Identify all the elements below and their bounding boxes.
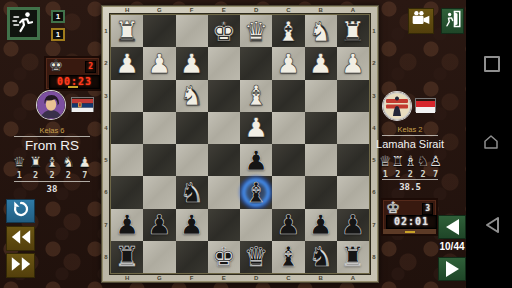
coordinate-label: 2 [370, 47, 378, 79]
square-d2[interactable] [240, 47, 272, 79]
piece-white-pawn[interactable]: ♟ [180, 48, 204, 79]
square-a7[interactable]: ♟ [337, 209, 369, 241]
piece-white-pawn[interactable]: ♟ [244, 112, 268, 143]
piece-black-pawn[interactable]: ♟ [276, 209, 300, 240]
coordinate-label: H [111, 274, 143, 282]
chess-board: HGFEDCBA HGFEDCBA 12345678 12345678 ♜♚♛♝… [101, 5, 379, 283]
rook-count: 2 [395, 170, 400, 179]
square-c7[interactable]: ♟ [272, 209, 304, 241]
recents-nav-icon[interactable] [484, 56, 500, 72]
coordinate-label: 7 [370, 209, 378, 241]
square-b5[interactable] [305, 144, 337, 176]
square-d8[interactable]: ♛ [240, 241, 272, 273]
square-f2[interactable]: ♟ [176, 47, 208, 79]
coordinate-label: 6 [102, 176, 110, 208]
tray-queen: ♕1 [379, 154, 392, 179]
piece-white-rook[interactable]: ♜ [341, 16, 365, 47]
video-camera-icon [411, 9, 431, 33]
square-f7[interactable]: ♟ [176, 209, 208, 241]
square-b8[interactable]: ♞ [305, 241, 337, 273]
piece-white-pawn[interactable]: ♟ [341, 48, 365, 79]
square-f8[interactable] [176, 241, 208, 273]
coordinate-label: 4 [102, 112, 110, 144]
knight-count: 2 [420, 170, 425, 179]
square-b1[interactable]: ♞ [305, 15, 337, 47]
rotate-icon [12, 200, 30, 222]
square-a2[interactable]: ♟ [337, 47, 369, 79]
coordinate-label: 1 [102, 15, 110, 47]
badge-green-value: 1 [56, 12, 60, 21]
square-f1[interactable] [176, 15, 208, 47]
bishop-count: 2 [49, 171, 54, 180]
piece-white-pawn[interactable]: ♟ [276, 48, 300, 79]
coordinate-label: A [337, 274, 369, 282]
square-d7[interactable] [240, 209, 272, 241]
coordinate-label: A [337, 6, 369, 14]
tray-pawn: ♟7 [77, 155, 93, 180]
piece-white-knight[interactable]: ♞ [180, 80, 204, 111]
knight-icon: ♘ [417, 154, 430, 169]
tray-rook: ♖2 [392, 154, 405, 179]
app-screen: 1 1 ♚ 2 00:23 [0, 0, 512, 288]
fast-forward-icon [11, 256, 31, 276]
counter-badge-gold: 1 [51, 28, 65, 41]
square-e4[interactable] [208, 112, 240, 144]
square-c6[interactable] [272, 176, 304, 208]
right-player-flag-indonesia [415, 98, 436, 112]
board-squares: ♜♚♛♝♞♜♟♟♟♟♟♟♞♝♟♟♞♝♟♟♟♟♟♟♜♚♛♝♞♜ [111, 15, 369, 273]
quick-game-button[interactable] [7, 7, 40, 40]
square-h6[interactable] [111, 176, 143, 208]
fast-forward-button[interactable] [6, 253, 35, 278]
bishop-count: 2 [408, 170, 413, 179]
right-captured-tray: ♕1 ♖2 ♗2 ♘2 ♙7 [379, 154, 441, 179]
tray-queen: ♛1 [11, 155, 27, 180]
pawn-count: 7 [82, 171, 87, 180]
runner-icon [12, 10, 36, 38]
piece-black-bishop[interactable]: ♝ [244, 177, 268, 208]
square-g7[interactable]: ♟ [143, 209, 175, 241]
white-clock-badge: 2 [85, 61, 96, 73]
bishop-icon: ♝ [46, 155, 59, 170]
piece-black-pawn[interactable]: ♟ [147, 209, 171, 240]
divider [14, 181, 90, 182]
square-h5[interactable] [111, 144, 143, 176]
piece-white-bishop[interactable]: ♝ [244, 80, 268, 111]
coordinate-label: D [240, 6, 272, 14]
left-player-avatar[interactable] [37, 91, 65, 119]
queen-icon: ♕ [379, 154, 392, 169]
tray-rook: ♜2 [27, 155, 43, 180]
tray-knight: ♞2 [60, 155, 76, 180]
coordinate-label: G [143, 6, 175, 14]
coordinate-label: F [176, 6, 208, 14]
record-video-button[interactable] [408, 8, 434, 34]
left-player-flag-serbia [71, 97, 94, 112]
square-b4[interactable] [305, 112, 337, 144]
coordinate-label: 7 [102, 209, 110, 241]
piece-white-bishop[interactable]: ♝ [276, 16, 300, 47]
square-e3[interactable] [208, 80, 240, 112]
square-c5[interactable] [272, 144, 304, 176]
divider [14, 136, 90, 137]
left-player-level: Kelas 6 [4, 126, 100, 135]
pawn-icon: ♟ [79, 155, 92, 170]
divider [382, 179, 438, 180]
file-labels-bottom: HGFEDCBA [111, 274, 369, 282]
square-e2[interactable] [208, 47, 240, 79]
piece-white-knight[interactable]: ♞ [309, 16, 333, 47]
coordinate-label: 2 [102, 47, 110, 79]
piece-black-pawn[interactable]: ♟ [244, 145, 268, 176]
left-player-name: From RS [0, 138, 104, 153]
square-c1[interactable]: ♝ [272, 15, 304, 47]
piece-black-rook[interactable]: ♜ [341, 241, 365, 272]
coordinate-label: E [208, 274, 240, 282]
square-g4[interactable] [143, 112, 175, 144]
piece-white-king[interactable]: ♚ [212, 16, 236, 47]
square-d5[interactable]: ♟ [240, 144, 272, 176]
tray-pawn: ♙7 [429, 154, 442, 179]
coordinate-label: B [305, 6, 337, 14]
square-a8[interactable]: ♜ [337, 241, 369, 273]
right-player-level: Kelas 2 [377, 125, 443, 134]
home-nav-icon[interactable] [482, 133, 500, 155]
black-clock-time: 02:01 [386, 215, 437, 229]
coordinate-label: D [240, 274, 272, 282]
square-h3[interactable] [111, 80, 143, 112]
piece-white-pawn[interactable]: ♟ [115, 48, 139, 79]
black-clock: ♚ 3 02:01 [381, 198, 438, 236]
back-nav-icon[interactable] [484, 216, 500, 238]
left-captured-tray: ♛1 ♜2 ♝2 ♞2 ♟7 [11, 155, 93, 180]
square-g1[interactable] [143, 15, 175, 47]
counter-badge-green: 1 [51, 10, 65, 23]
piece-black-knight[interactable]: ♞ [180, 177, 204, 208]
piece-black-queen[interactable]: ♛ [244, 241, 268, 272]
coordinate-label: 5 [102, 144, 110, 176]
square-c4[interactable] [272, 112, 304, 144]
exit-door-icon [444, 9, 462, 33]
move-counter: 10/44 [436, 241, 468, 252]
exit-button[interactable] [441, 8, 464, 34]
coordinate-label: E [208, 6, 240, 14]
piece-black-pawn[interactable]: ♟ [180, 209, 204, 240]
rewind-icon [11, 229, 31, 249]
square-a1[interactable]: ♜ [337, 15, 369, 47]
black-clock-badge: 3 [422, 203, 433, 215]
queen-count: 1 [383, 170, 388, 179]
right-player-score: 38.5 [377, 182, 443, 192]
tray-knight: ♘2 [417, 154, 430, 179]
square-a5[interactable] [337, 144, 369, 176]
piece-black-pawn[interactable]: ♟ [309, 209, 333, 240]
square-e6[interactable] [208, 176, 240, 208]
coordinate-label: 3 [370, 80, 378, 112]
piece-black-pawn[interactable]: ♟ [341, 209, 365, 240]
square-a6[interactable] [337, 176, 369, 208]
clock-button [405, 231, 415, 233]
square-h1[interactable]: ♜ [111, 15, 143, 47]
square-a3[interactable] [337, 80, 369, 112]
next-icon [446, 261, 459, 277]
coordinate-label: C [272, 6, 304, 14]
square-c3[interactable] [272, 80, 304, 112]
square-a4[interactable] [337, 112, 369, 144]
badge-gold-value: 1 [56, 30, 60, 39]
square-b6[interactable] [305, 176, 337, 208]
square-c2[interactable]: ♟ [272, 47, 304, 79]
square-d3[interactable]: ♝ [240, 80, 272, 112]
right-player-avatar[interactable] [383, 92, 411, 120]
square-e5[interactable] [208, 144, 240, 176]
divider [382, 135, 438, 136]
coordinate-label: H [111, 6, 143, 14]
coordinate-label: B [305, 274, 337, 282]
rook-icon: ♖ [392, 154, 405, 169]
square-g3[interactable] [143, 80, 175, 112]
next-move-button[interactable] [438, 257, 466, 281]
square-e1[interactable]: ♚ [208, 15, 240, 47]
queen-count: 1 [17, 171, 22, 180]
rook-icon: ♜ [29, 155, 42, 170]
pawn-icon: ♙ [429, 154, 442, 169]
square-f4[interactable] [176, 112, 208, 144]
piece-black-bishop[interactable]: ♝ [276, 241, 300, 272]
previous-move-button[interactable] [438, 215, 466, 239]
rewind-button[interactable] [6, 226, 35, 251]
square-h7[interactable]: ♟ [111, 209, 143, 241]
square-g5[interactable] [143, 144, 175, 176]
piece-white-pawn[interactable]: ♟ [147, 48, 171, 79]
square-d4[interactable]: ♟ [240, 112, 272, 144]
square-c8[interactable]: ♝ [272, 241, 304, 273]
coordinate-label: F [176, 274, 208, 282]
piece-black-pawn[interactable]: ♟ [115, 209, 139, 240]
piece-black-knight[interactable]: ♞ [309, 241, 333, 272]
coordinate-label: 8 [370, 241, 378, 273]
queen-icon: ♛ [13, 155, 26, 170]
left-player-score: 38 [4, 184, 100, 194]
pawn-count: 7 [433, 170, 438, 179]
piece-white-rook[interactable]: ♜ [115, 16, 139, 47]
piece-white-queen[interactable]: ♛ [244, 16, 268, 47]
coordinate-label: 3 [102, 80, 110, 112]
coordinate-label: C [272, 274, 304, 282]
flip-board-button[interactable] [6, 199, 35, 223]
square-e8[interactable]: ♚ [208, 241, 240, 273]
tray-bishop: ♗2 [404, 154, 417, 179]
square-f3[interactable]: ♞ [176, 80, 208, 112]
bishop-icon: ♗ [404, 154, 417, 169]
piece-white-pawn[interactable]: ♟ [309, 48, 333, 79]
square-e7[interactable] [208, 209, 240, 241]
square-f6[interactable]: ♞ [176, 176, 208, 208]
square-d1[interactable]: ♛ [240, 15, 272, 47]
clock-button [68, 86, 78, 88]
right-player-name: Lamaha Sirait [372, 138, 448, 150]
white-king-clock-icon: ♚ [49, 57, 63, 75]
square-d6[interactable]: ♝ [240, 176, 272, 208]
white-clock: ♚ 2 00:23 [44, 56, 101, 91]
square-b3[interactable] [305, 80, 337, 112]
tray-bishop: ♝2 [44, 155, 60, 180]
file-labels-top: HGFEDCBA [111, 6, 369, 14]
coordinate-label: G [143, 274, 175, 282]
square-h4[interactable] [111, 112, 143, 144]
previous-icon [446, 219, 459, 235]
square-b2[interactable]: ♟ [305, 47, 337, 79]
square-g2[interactable]: ♟ [143, 47, 175, 79]
rank-labels-left: 12345678 [102, 15, 110, 273]
square-b7[interactable]: ♟ [305, 209, 337, 241]
square-h2[interactable]: ♟ [111, 47, 143, 79]
piece-black-king[interactable]: ♚ [212, 241, 236, 272]
square-g6[interactable] [143, 176, 175, 208]
piece-black-rook[interactable]: ♜ [115, 241, 139, 272]
knight-count: 2 [66, 171, 71, 180]
square-f5[interactable] [176, 144, 208, 176]
square-h8[interactable]: ♜ [111, 241, 143, 273]
knight-icon: ♞ [62, 155, 75, 170]
square-g8[interactable] [143, 241, 175, 273]
rook-count: 2 [33, 171, 38, 180]
coordinate-label: 1 [370, 15, 378, 47]
coordinate-label: 8 [102, 241, 110, 273]
